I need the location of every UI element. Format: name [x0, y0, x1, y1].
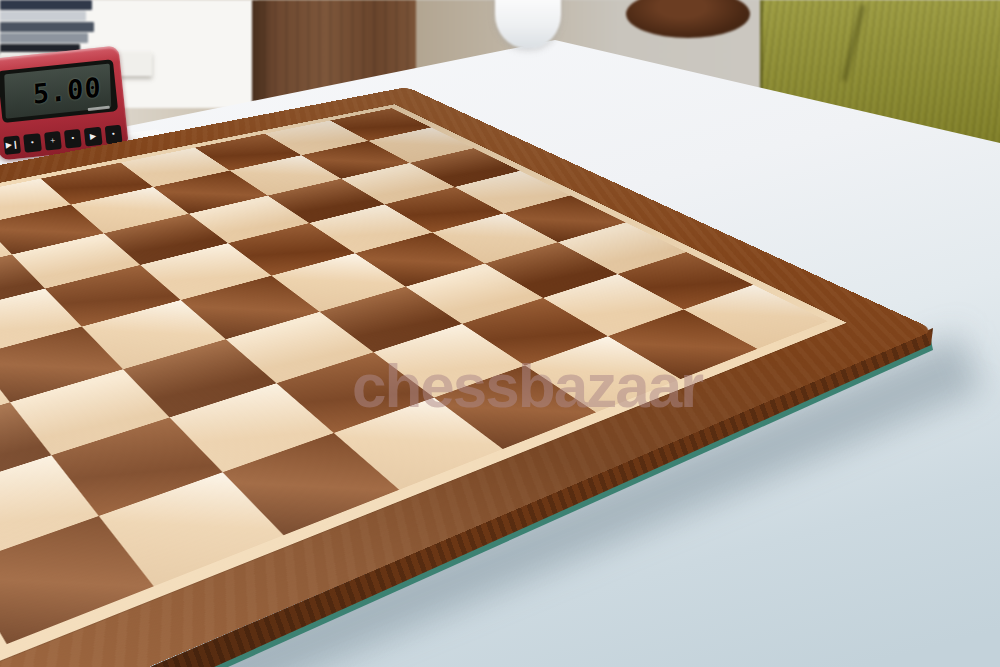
play-pause-button: ▶❙ [3, 135, 21, 155]
plus-button: ＋ [44, 131, 62, 151]
mode-button: • [23, 133, 41, 153]
watermark: chessbazaar [352, 350, 702, 421]
scene: 5.00 ▶❙•＋•▶• chessbazaar [0, 0, 1000, 667]
arrow-button: ▶ [84, 127, 102, 147]
book-stack [0, 0, 96, 54]
book [0, 0, 92, 10]
book [0, 33, 88, 43]
book [0, 22, 94, 32]
select-button: • [64, 129, 82, 149]
book [0, 11, 86, 21]
clock-time: 5.00 [4, 63, 111, 118]
chair-seam [842, 5, 866, 82]
